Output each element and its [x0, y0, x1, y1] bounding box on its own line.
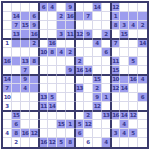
cell-r11c13[interactable]	[120, 102, 129, 111]
cell-r11c10[interactable]: 12	[93, 102, 102, 111]
cell-r15c15[interactable]	[138, 138, 147, 147]
cell-r14c14[interactable]: 5	[129, 129, 138, 138]
cell-r14c1[interactable]: 8	[12, 129, 21, 138]
cell-r2c12[interactable]: 8	[111, 21, 120, 30]
cell-r9c13[interactable]: 14	[120, 84, 129, 93]
cell-r12c12[interactable]: 16	[111, 111, 120, 120]
cell-r3c15[interactable]	[138, 30, 147, 39]
cell-r14c10[interactable]	[93, 129, 102, 138]
cell-r3c11[interactable]: 2	[102, 30, 111, 39]
cell-r7c15[interactable]	[138, 66, 147, 75]
cell-r9c8[interactable]: 13	[75, 84, 84, 93]
cell-r8c15[interactable]: 4	[138, 75, 147, 84]
cell-r9c14[interactable]	[129, 84, 138, 93]
cell-r1c9[interactable]: 7	[84, 12, 93, 21]
cell-r13c15[interactable]	[138, 120, 147, 129]
cell-r15c14[interactable]	[129, 138, 138, 147]
cell-r3c1[interactable]: 13	[12, 30, 21, 39]
cell-r8c14[interactable]: 16	[129, 75, 138, 84]
cell-r7c3[interactable]	[30, 66, 39, 75]
cell-r7c9[interactable]: 14	[84, 66, 93, 75]
cell-r15c2[interactable]	[21, 138, 30, 147]
cell-r7c6[interactable]	[57, 66, 66, 75]
cell-r4c13[interactable]	[120, 39, 129, 48]
cell-r0c10[interactable]: 14	[93, 3, 102, 12]
cell-r6c4[interactable]	[39, 57, 48, 66]
cell-r12c0[interactable]	[3, 111, 12, 120]
cell-r7c11[interactable]	[102, 66, 111, 75]
cell-r2c14[interactable]: 4	[129, 21, 138, 30]
cell-r10c9[interactable]	[84, 93, 93, 102]
cell-r2c10[interactable]	[93, 21, 102, 30]
cell-r8c5[interactable]	[48, 75, 57, 84]
cell-r12c5[interactable]	[48, 111, 57, 120]
cell-r2c2[interactable]: 15	[21, 21, 30, 30]
cell-r9c7[interactable]	[66, 84, 75, 93]
cell-r14c2[interactable]: 16	[21, 129, 30, 138]
cell-r6c5[interactable]	[48, 57, 57, 66]
cell-r12c15[interactable]	[138, 111, 147, 120]
cell-r4c8[interactable]	[75, 39, 84, 48]
cell-r11c2[interactable]	[21, 102, 30, 111]
cell-r11c8[interactable]	[75, 102, 84, 111]
cell-r5c10[interactable]	[93, 48, 102, 57]
cell-r10c3[interactable]	[30, 93, 39, 102]
cell-r5c15[interactable]	[138, 48, 147, 57]
cell-r4c2[interactable]	[21, 39, 30, 48]
cell-r3c8[interactable]: 12	[75, 30, 84, 39]
cell-r1c5[interactable]	[48, 12, 57, 21]
cell-r12c10[interactable]	[93, 111, 102, 120]
cell-r11c12[interactable]	[111, 102, 120, 111]
cell-r10c6[interactable]	[57, 93, 66, 102]
cell-r6c11[interactable]	[102, 57, 111, 66]
cell-r2c15[interactable]: 2	[138, 21, 147, 30]
cell-r7c0[interactable]	[3, 66, 12, 75]
cell-r12c4[interactable]	[39, 111, 48, 120]
cell-r0c5[interactable]: 4	[48, 3, 57, 12]
cell-r7c4[interactable]	[39, 66, 48, 75]
cell-r11c3[interactable]	[30, 102, 39, 111]
cell-r1c4[interactable]	[39, 12, 48, 21]
cell-r12c2[interactable]	[21, 111, 30, 120]
cell-r4c15[interactable]: 14	[138, 39, 147, 48]
cell-r15c3[interactable]	[30, 138, 39, 147]
cell-r13c4[interactable]	[39, 120, 48, 129]
cell-r3c13[interactable]: 15	[120, 30, 129, 39]
cell-r0c13[interactable]	[120, 3, 129, 12]
cell-r0c8[interactable]	[75, 3, 84, 12]
cell-r11c5[interactable]: 14	[48, 102, 57, 111]
cell-r3c9[interactable]: 9	[84, 30, 93, 39]
cell-r12c14[interactable]: 12	[129, 111, 138, 120]
cell-r6c1[interactable]	[12, 57, 21, 66]
cell-r7c8[interactable]: 16	[75, 66, 84, 75]
cell-r6c13[interactable]	[120, 57, 129, 66]
cell-r3c0[interactable]	[3, 30, 12, 39]
cell-r0c2[interactable]	[21, 3, 30, 12]
cell-r3c3[interactable]: 16	[30, 30, 39, 39]
cell-r7c2[interactable]: 7	[21, 66, 30, 75]
cell-r2c5[interactable]	[48, 21, 57, 30]
cell-r8c6[interactable]	[57, 75, 66, 84]
cell-r15c12[interactable]	[111, 138, 120, 147]
cell-r9c9[interactable]	[84, 84, 93, 93]
cell-r15c1[interactable]: 2	[12, 138, 21, 147]
cell-r8c9[interactable]	[84, 75, 93, 84]
cell-r15c6[interactable]: 5	[57, 138, 66, 147]
cell-r9c3[interactable]	[30, 84, 39, 93]
cell-r5c4[interactable]: 10	[39, 48, 48, 57]
cell-r7c14[interactable]	[129, 66, 138, 75]
cell-r4c9[interactable]	[84, 39, 93, 48]
cell-r1c0[interactable]	[3, 12, 12, 21]
cell-r12c11[interactable]: 13	[102, 111, 111, 120]
cell-r8c1[interactable]	[12, 75, 21, 84]
cell-r4c12[interactable]: 7	[111, 39, 120, 48]
cell-r9c12[interactable]: 12	[111, 84, 120, 93]
cell-r14c8[interactable]: 6	[75, 129, 84, 138]
cell-r5c11[interactable]: 6	[102, 48, 111, 57]
cell-r11c7[interactable]	[66, 102, 75, 111]
cell-r1c11[interactable]	[102, 12, 111, 21]
cell-r13c7[interactable]: 1	[66, 120, 75, 129]
cell-r15c5[interactable]: 12	[48, 138, 57, 147]
cell-r14c6[interactable]	[57, 129, 66, 138]
cell-r0c14[interactable]	[129, 3, 138, 12]
cell-r15c4[interactable]: 16	[39, 138, 48, 147]
cell-r6c6[interactable]	[57, 57, 66, 66]
cell-r6c14[interactable]: 5	[129, 57, 138, 66]
cell-r14c15[interactable]	[138, 129, 147, 138]
cell-r14c11[interactable]	[102, 129, 111, 138]
cell-r4c1[interactable]	[12, 39, 21, 48]
cell-r15c10[interactable]	[93, 138, 102, 147]
cell-r7c5[interactable]	[48, 66, 57, 75]
cell-r11c0[interactable]: 3	[3, 102, 12, 111]
cell-r11c6[interactable]	[57, 102, 66, 111]
cell-r4c14[interactable]	[129, 39, 138, 48]
cell-r6c0[interactable]: 16	[3, 57, 12, 66]
cell-r14c5[interactable]	[48, 129, 57, 138]
cell-r14c3[interactable]: 12	[30, 129, 39, 138]
cell-r4c3[interactable]: 2	[30, 39, 39, 48]
cell-r5c1[interactable]	[12, 48, 21, 57]
cell-r13c10[interactable]	[93, 120, 102, 129]
cell-r5c6[interactable]: 4	[57, 48, 66, 57]
cell-r11c1[interactable]	[12, 102, 21, 111]
cell-r10c1[interactable]	[12, 93, 21, 102]
cell-r13c9[interactable]: 12	[84, 120, 93, 129]
cell-r14c12[interactable]: 3	[111, 129, 120, 138]
cell-r10c13[interactable]	[120, 93, 129, 102]
cell-r11c9[interactable]	[84, 102, 93, 111]
cell-r15c8[interactable]	[75, 138, 84, 147]
cell-r14c9[interactable]	[84, 129, 93, 138]
sudoku-board: 6491412146216717159834213163111292151216…	[1, 1, 149, 149]
cell-r7c1[interactable]	[12, 66, 21, 75]
cell-r1c6[interactable]: 2	[57, 12, 66, 21]
cell-r9c6[interactable]	[57, 84, 66, 93]
cell-r1c10[interactable]	[93, 12, 102, 21]
cell-r6c15[interactable]	[138, 57, 147, 66]
cell-r7c12[interactable]: 15	[111, 66, 120, 75]
cell-r15c0[interactable]	[3, 138, 12, 147]
cell-r4c10[interactable]: 4	[93, 39, 102, 48]
cell-r5c9[interactable]	[84, 48, 93, 57]
cell-r3c2[interactable]	[21, 30, 30, 39]
cell-r3c12[interactable]	[111, 30, 120, 39]
cell-r10c12[interactable]	[111, 93, 120, 102]
cell-r15c7[interactable]: 8	[66, 138, 75, 147]
cell-r13c5[interactable]	[48, 120, 57, 129]
cell-r5c13[interactable]	[120, 48, 129, 57]
cell-r3c5[interactable]	[48, 30, 57, 39]
cell-r11c14[interactable]	[129, 102, 138, 111]
cell-r4c0[interactable]: 1	[3, 39, 12, 48]
cell-r1c8[interactable]	[75, 12, 84, 21]
cell-r10c14[interactable]	[129, 93, 138, 102]
cell-r7c7[interactable]: 9	[66, 66, 75, 75]
cell-r3c6[interactable]: 3	[57, 30, 66, 39]
cell-r15c11[interactable]: 4	[102, 138, 111, 147]
cell-r11c15[interactable]	[138, 102, 147, 111]
cell-r14c13[interactable]: 4	[120, 129, 129, 138]
cell-r3c10[interactable]	[93, 30, 102, 39]
cell-r9c1[interactable]	[12, 84, 21, 93]
cell-r6c3[interactable]: 8	[30, 57, 39, 66]
cell-r5c7[interactable]: 2	[66, 48, 75, 57]
cell-r8c4[interactable]	[39, 75, 48, 84]
cell-r14c7[interactable]	[66, 129, 75, 138]
cell-r1c7[interactable]: 16	[66, 12, 75, 21]
cell-r8c7[interactable]	[66, 75, 75, 84]
cell-r5c5[interactable]: 8	[48, 48, 57, 57]
cell-r11c4[interactable]: 11	[39, 102, 48, 111]
cell-r6c10[interactable]	[93, 57, 102, 66]
cell-r10c2[interactable]	[21, 93, 30, 102]
cell-r7c13[interactable]	[120, 66, 129, 75]
cell-r7c10[interactable]	[93, 66, 102, 75]
cell-r0c4[interactable]: 6	[39, 3, 48, 12]
cell-r11c11[interactable]	[102, 102, 111, 111]
cell-r14c0[interactable]: 4	[3, 129, 12, 138]
cell-r15c13[interactable]	[120, 138, 129, 147]
cell-r3c14[interactable]	[129, 30, 138, 39]
cell-r2c4[interactable]	[39, 21, 48, 30]
cell-r8c3[interactable]	[30, 75, 39, 84]
cell-r13c6[interactable]: 15	[57, 120, 66, 129]
cell-r10c15[interactable]: 6	[138, 93, 147, 102]
cell-r3c4[interactable]	[39, 30, 48, 39]
cell-r0c15[interactable]	[138, 3, 147, 12]
cell-r10c8[interactable]	[75, 93, 84, 102]
cell-r0c11[interactable]	[102, 3, 111, 12]
cell-r9c2[interactable]: 4	[21, 84, 30, 93]
cell-r14c4[interactable]	[39, 129, 48, 138]
cell-r8c11[interactable]	[102, 75, 111, 84]
cell-r13c11[interactable]	[102, 120, 111, 129]
cell-r0c0[interactable]	[3, 3, 12, 12]
cell-r10c7[interactable]	[66, 93, 75, 102]
cell-r15c9[interactable]: 6	[84, 138, 93, 147]
cell-r12c3[interactable]	[30, 111, 39, 120]
cell-r10c11[interactable]: 1	[102, 93, 111, 102]
cell-r2c0[interactable]	[3, 21, 12, 30]
cell-r3c7[interactable]: 11	[66, 30, 75, 39]
